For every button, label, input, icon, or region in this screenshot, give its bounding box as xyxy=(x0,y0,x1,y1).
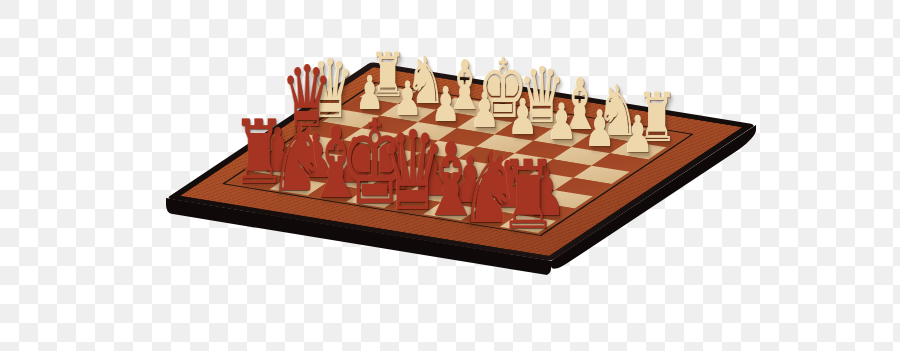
chess-board xyxy=(166,62,756,261)
chess-set-product-photo: ♜♞♟♝♟♚♛♟♛♛♟♝♟♞♟♜♟♟♟♟♜♟♞♟♝♟♚♟♛♟♝♟♞♜ xyxy=(0,0,900,351)
board-grid xyxy=(231,85,685,233)
